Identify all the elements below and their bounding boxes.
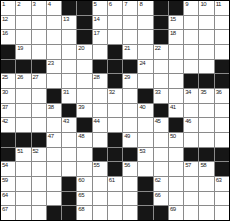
cell-r2c2[interactable]	[16, 16, 30, 30]
clue-number: 62	[155, 177, 161, 184]
cell-r6c8	[108, 74, 122, 88]
cell-r7c8[interactable]: 32	[108, 89, 122, 103]
cell-r3c14[interactable]	[199, 30, 213, 44]
cell-r6c5[interactable]	[62, 74, 76, 88]
cell-r14c1[interactable]: 64	[1, 192, 15, 206]
cell-r7c3[interactable]	[32, 89, 46, 103]
cell-r13c11[interactable]: 62	[154, 177, 168, 191]
cell-r11c12[interactable]	[169, 148, 183, 162]
cell-r12c7[interactable]: 55	[93, 162, 107, 176]
cell-r7c13[interactable]: 34	[184, 89, 198, 103]
clue-number: 25	[2, 74, 8, 81]
cell-r15c15[interactable]	[215, 206, 229, 220]
clue-number: 10	[200, 1, 206, 8]
cell-r6c2[interactable]: 26	[16, 74, 30, 88]
cell-r7c10	[138, 89, 152, 103]
cell-r1c5	[62, 1, 76, 15]
cell-r3c6	[77, 30, 91, 44]
cell-r3c11	[154, 30, 168, 44]
cell-r3c9[interactable]	[123, 30, 137, 44]
cell-r8c7[interactable]	[93, 104, 107, 118]
cell-r8c9[interactable]	[123, 104, 137, 118]
cell-r3c1[interactable]: 16	[1, 30, 15, 44]
cell-r10c10[interactable]	[138, 133, 152, 147]
cell-r9c12	[169, 118, 183, 132]
cell-r15c3[interactable]	[32, 206, 46, 220]
cell-r13c6[interactable]: 60	[77, 177, 91, 191]
clue-number: 9	[185, 1, 188, 8]
cell-r9c11[interactable]: 45	[154, 118, 168, 132]
clue-number: 18	[170, 30, 176, 37]
cell-r8c12[interactable]: 41	[169, 104, 183, 118]
cell-r3c7[interactable]: 17	[93, 30, 107, 44]
cell-r5c3	[32, 60, 46, 74]
cell-r2c13[interactable]	[184, 16, 198, 30]
cell-r15c1[interactable]: 67	[1, 206, 15, 220]
cell-r1c3[interactable]: 3	[32, 1, 46, 15]
cell-r10c11[interactable]	[154, 133, 168, 147]
cell-r14c2[interactable]	[16, 192, 30, 206]
cell-r4c8	[108, 45, 122, 59]
cell-r8c11	[154, 104, 168, 118]
cell-r3c15[interactable]	[215, 30, 229, 44]
clue-number: 44	[94, 118, 100, 125]
cell-r4c13[interactable]	[184, 45, 198, 59]
cell-r1c4[interactable]: 4	[47, 1, 61, 15]
cell-r8c10[interactable]: 40	[138, 104, 152, 118]
clue-number: 19	[17, 45, 23, 52]
crossword-puzzle: 1234567891011121314151617181920212223242…	[0, 0, 230, 221]
clue-number: 35	[200, 89, 206, 96]
cell-r15c11	[154, 206, 168, 220]
cell-r3c5[interactable]	[62, 30, 76, 44]
cell-r1c1[interactable]: 1	[1, 1, 15, 15]
cell-r10c7[interactable]	[93, 133, 107, 147]
clue-number: 24	[139, 60, 145, 67]
cell-r4c1	[1, 45, 15, 59]
clue-number: 40	[139, 104, 145, 111]
crossword-board: 1234567891011121314151617181920212223242…	[0, 0, 230, 221]
cell-r12c3[interactable]	[32, 162, 46, 176]
clue-number: 53	[139, 148, 145, 155]
cell-r15c2[interactable]	[16, 206, 30, 220]
cell-r10c2	[16, 133, 30, 147]
cell-r12c9[interactable]: 56	[123, 162, 137, 176]
clue-number: 16	[2, 30, 8, 37]
cell-r7c6[interactable]	[77, 89, 91, 103]
clue-number: 41	[170, 104, 176, 111]
cell-r9c14[interactable]	[199, 118, 213, 132]
cell-r4c4[interactable]	[47, 45, 61, 59]
cell-r5c14[interactable]	[199, 60, 213, 74]
clue-number: 66	[155, 192, 161, 199]
cell-r5c1	[1, 60, 15, 74]
clue-number: 54	[2, 162, 8, 169]
clue-number: 13	[63, 16, 69, 23]
clue-number: 56	[124, 162, 130, 169]
cell-r13c8[interactable]: 61	[108, 177, 122, 191]
cell-r10c15[interactable]	[215, 133, 229, 147]
cell-r6c7[interactable]: 28	[93, 74, 107, 88]
cell-r13c9[interactable]	[123, 177, 137, 191]
cell-r14c14[interactable]	[199, 192, 213, 206]
cell-r11c14	[199, 148, 213, 162]
clue-number: 55	[94, 162, 100, 169]
clue-number: 29	[124, 74, 130, 81]
cell-r13c1[interactable]: 59	[1, 177, 15, 191]
clue-number: 6	[109, 1, 112, 8]
cell-r14c13[interactable]	[184, 192, 198, 206]
cell-r2c1[interactable]: 12	[1, 16, 15, 30]
cell-r7c12[interactable]	[169, 89, 183, 103]
cell-r1c13[interactable]: 9	[184, 1, 198, 15]
cell-r2c15[interactable]	[215, 16, 229, 30]
clue-number: 69	[170, 206, 176, 213]
cell-r14c15[interactable]	[215, 192, 229, 206]
cell-r9c1[interactable]: 42	[1, 118, 15, 132]
cell-r6c6[interactable]	[77, 74, 91, 88]
cell-r5c8	[108, 60, 122, 74]
clue-number: 58	[200, 162, 206, 169]
cell-r7c11[interactable]: 33	[154, 89, 168, 103]
cell-r4c11[interactable]: 22	[154, 45, 168, 59]
clue-number: 2	[17, 1, 20, 8]
cell-r11c7	[93, 148, 107, 162]
cell-r2c3[interactable]	[32, 16, 46, 30]
cell-r14c3[interactable]	[32, 192, 46, 206]
cell-r5c2	[16, 60, 30, 74]
cell-r4c2[interactable]: 19	[16, 45, 30, 59]
clue-number: 27	[33, 74, 39, 81]
cell-r9c9[interactable]	[123, 118, 137, 132]
cell-r11c11[interactable]	[154, 148, 168, 162]
cell-r13c2[interactable]	[16, 177, 30, 191]
cell-r12c1[interactable]: 54	[1, 162, 15, 176]
clue-number: 15	[170, 16, 176, 23]
cell-r6c13	[184, 74, 198, 88]
cell-r12c10[interactable]	[138, 162, 152, 176]
clue-number: 5	[94, 1, 97, 8]
cell-r8c1[interactable]: 37	[1, 104, 15, 118]
cell-r6c14	[199, 74, 213, 88]
cell-r10c6[interactable]: 48	[77, 133, 91, 147]
cell-r12c12[interactable]	[169, 162, 183, 176]
cell-r13c14[interactable]	[199, 177, 213, 191]
cell-r2c9[interactable]	[123, 16, 137, 30]
cell-r10c8	[108, 133, 122, 147]
cell-r15c7[interactable]	[93, 206, 107, 220]
cell-r6c15	[215, 74, 229, 88]
clue-number: 28	[94, 74, 100, 81]
cell-r14c8[interactable]	[108, 192, 122, 206]
cell-r11c2[interactable]: 51	[16, 148, 30, 162]
cell-r8c8[interactable]	[108, 104, 122, 118]
cell-r11c5[interactable]	[62, 148, 76, 162]
clue-number: 26	[17, 74, 23, 81]
cell-r12c8	[108, 162, 122, 176]
cell-r1c9[interactable]: 7	[123, 1, 137, 15]
clue-number: 47	[48, 133, 54, 140]
cell-r6c12[interactable]	[169, 74, 183, 88]
cell-r8c4[interactable]: 38	[47, 104, 61, 118]
cell-r7c14[interactable]: 35	[199, 89, 213, 103]
cell-r11c3[interactable]: 52	[32, 148, 46, 162]
cell-r15c13[interactable]	[184, 206, 198, 220]
cell-r3c2[interactable]	[16, 30, 30, 44]
cell-r4c12[interactable]	[169, 45, 183, 59]
cell-r12c13[interactable]: 57	[184, 162, 198, 176]
cell-r13c10	[138, 177, 152, 191]
cell-r4c14[interactable]	[199, 45, 213, 59]
cell-r1c6	[77, 1, 91, 15]
cell-r3c4[interactable]	[47, 30, 61, 44]
cell-r13c3[interactable]	[32, 177, 46, 191]
cell-r11c8	[108, 148, 122, 162]
cell-r7c2[interactable]	[16, 89, 30, 103]
cell-r5c4[interactable]: 23	[47, 60, 61, 74]
clue-number: 33	[155, 89, 161, 96]
cell-r9c7[interactable]: 44	[93, 118, 107, 132]
cell-r14c9[interactable]	[123, 192, 137, 206]
clue-number: 57	[185, 162, 191, 169]
cell-r5c7	[93, 60, 107, 74]
cell-r11c15	[215, 148, 229, 162]
clue-number: 36	[216, 89, 222, 96]
cell-r9c15[interactable]	[215, 118, 229, 132]
cell-r15c14[interactable]	[199, 206, 213, 220]
cell-r5c15	[215, 60, 229, 74]
cell-r4c9[interactable]: 21	[123, 45, 137, 59]
cell-r14c11[interactable]: 66	[154, 192, 168, 206]
cell-r8c14[interactable]	[199, 104, 213, 118]
cell-r6c3[interactable]: 27	[32, 74, 46, 88]
cell-r7c15[interactable]: 36	[215, 89, 229, 103]
cell-r12c5[interactable]	[62, 162, 76, 176]
clue-number: 51	[17, 148, 23, 155]
cell-r5c5[interactable]	[62, 60, 76, 74]
cell-r5c9	[123, 60, 137, 74]
cell-r4c6[interactable]: 20	[77, 45, 91, 59]
cell-r10c3	[32, 133, 46, 147]
cell-r9c5[interactable]: 43	[62, 118, 76, 132]
cell-r2c8[interactable]	[108, 16, 122, 30]
cell-r2c5[interactable]: 13	[62, 16, 76, 30]
clue-number: 49	[124, 133, 130, 140]
cell-r12c14[interactable]: 58	[199, 162, 213, 176]
cell-r14c4[interactable]	[47, 192, 61, 206]
cell-r7c1[interactable]: 30	[1, 89, 15, 103]
cell-r11c6[interactable]	[77, 148, 91, 162]
cell-r14c5	[62, 192, 76, 206]
clue-number: 34	[185, 89, 191, 96]
cell-r10c1	[1, 133, 15, 147]
cell-r8c3[interactable]	[32, 104, 46, 118]
cell-r14c6[interactable]: 65	[77, 192, 91, 206]
cell-r6c10[interactable]	[138, 74, 152, 88]
cell-r5c6[interactable]	[77, 60, 91, 74]
cell-r10c13[interactable]	[184, 133, 198, 147]
cell-r2c11	[154, 16, 168, 30]
cell-r5c10[interactable]: 24	[138, 60, 152, 74]
cell-r10c12[interactable]: 50	[169, 133, 183, 147]
cell-r10c9[interactable]: 49	[123, 133, 137, 147]
cell-r2c7[interactable]: 14	[93, 16, 107, 30]
cell-r3c12[interactable]: 18	[169, 30, 183, 44]
cell-r1c12	[169, 1, 183, 15]
cell-r12c4[interactable]	[47, 162, 61, 176]
cell-r3c13[interactable]	[184, 30, 198, 44]
cell-r10c5[interactable]	[62, 133, 76, 147]
clue-number: 43	[63, 118, 69, 125]
cell-r13c5	[62, 177, 76, 191]
cell-r1c8[interactable]: 6	[108, 1, 122, 15]
clue-number: 8	[139, 1, 142, 8]
clue-number: 67	[2, 206, 8, 213]
clue-number: 21	[124, 45, 130, 52]
cell-r6c1[interactable]: 25	[1, 74, 15, 88]
cell-r8c13[interactable]	[184, 104, 198, 118]
clue-number: 7	[124, 1, 127, 8]
cell-r13c15[interactable]: 63	[215, 177, 229, 191]
cell-r5c12[interactable]	[169, 60, 183, 74]
clue-number: 30	[2, 89, 8, 96]
clue-number: 42	[2, 118, 8, 125]
cell-r4c10[interactable]	[138, 45, 152, 59]
cell-r13c7[interactable]	[93, 177, 107, 191]
cell-r5c11[interactable]	[154, 60, 168, 74]
clue-number: 64	[2, 192, 8, 199]
cell-r15c5	[62, 206, 76, 220]
cell-r3c8[interactable]	[108, 30, 122, 44]
clue-number: 60	[78, 177, 84, 184]
cell-r1c7[interactable]: 5	[93, 1, 107, 15]
cell-r9c10[interactable]	[138, 118, 152, 132]
cell-r6c4[interactable]	[47, 74, 61, 88]
clue-number: 50	[170, 133, 176, 140]
cell-r12c15	[215, 162, 229, 176]
cell-r7c9[interactable]	[123, 89, 137, 103]
clue-number: 65	[78, 192, 84, 199]
cell-r9c13[interactable]: 46	[184, 118, 198, 132]
clue-number: 4	[48, 1, 51, 8]
cell-r2c6	[77, 16, 91, 30]
cell-r14c10	[138, 192, 152, 206]
cell-r8c2[interactable]	[16, 104, 30, 118]
cell-r2c12[interactable]: 15	[169, 16, 183, 30]
cell-r2c10[interactable]	[138, 16, 152, 30]
cell-r4c15[interactable]	[215, 45, 229, 59]
cell-r1c10[interactable]: 8	[138, 1, 152, 15]
clue-number: 1	[2, 1, 5, 8]
cell-r7c7[interactable]	[93, 89, 107, 103]
cell-r11c1	[1, 148, 15, 162]
cell-r4c3[interactable]	[32, 45, 46, 59]
cell-r6c11[interactable]	[154, 74, 168, 88]
clue-number: 59	[2, 177, 8, 184]
cell-r15c12[interactable]: 69	[169, 206, 183, 220]
cell-r7c5[interactable]: 31	[62, 89, 76, 103]
cell-r7c4	[47, 89, 61, 103]
cell-r6c9[interactable]: 29	[123, 74, 137, 88]
cell-r3c3[interactable]	[32, 30, 46, 44]
cell-r1c11	[154, 1, 168, 15]
cell-r12c2[interactable]	[16, 162, 30, 176]
cell-r9c6	[77, 118, 91, 132]
cell-r14c12[interactable]	[169, 192, 183, 206]
cell-r15c8[interactable]	[108, 206, 122, 220]
clue-number: 45	[155, 118, 161, 125]
cell-r12c11[interactable]	[154, 162, 168, 176]
clue-number: 32	[109, 89, 115, 96]
cell-r9c8[interactable]	[108, 118, 122, 132]
cell-r8c5	[62, 104, 76, 118]
cell-r11c4[interactable]	[47, 148, 61, 162]
clue-number: 22	[155, 45, 161, 52]
cell-r15c10	[138, 206, 152, 220]
clue-number: 38	[48, 104, 54, 111]
cell-r12c6[interactable]	[77, 162, 91, 176]
cell-r11c9	[123, 148, 137, 162]
clue-number: 63	[216, 177, 222, 184]
cell-r15c4	[47, 206, 61, 220]
cell-r5c13[interactable]	[184, 60, 198, 74]
clue-number: 39	[78, 104, 84, 111]
cell-r1c15[interactable]: 11	[215, 1, 229, 15]
clue-number: 37	[2, 104, 8, 111]
cell-r8c15[interactable]	[215, 104, 229, 118]
cell-r11c13	[184, 148, 198, 162]
cell-r4c7[interactable]	[93, 45, 107, 59]
clue-number: 48	[78, 133, 84, 140]
cell-r15c6[interactable]: 68	[77, 206, 91, 220]
clue-number: 12	[2, 16, 8, 23]
cell-r8c6[interactable]: 39	[77, 104, 91, 118]
clue-number: 68	[78, 206, 84, 213]
cell-r14c7[interactable]	[93, 192, 107, 206]
cell-r10c4[interactable]: 47	[47, 133, 61, 147]
cell-r2c4[interactable]	[47, 16, 61, 30]
cell-r9c3[interactable]	[32, 118, 46, 132]
cell-r13c12[interactable]	[169, 177, 183, 191]
cell-r11c10[interactable]: 53	[138, 148, 152, 162]
cell-r1c2[interactable]: 2	[16, 1, 30, 15]
cell-r1c14[interactable]: 10	[199, 1, 213, 15]
cell-r9c2[interactable]	[16, 118, 30, 132]
cell-r9c4[interactable]	[47, 118, 61, 132]
clue-number: 31	[63, 89, 69, 96]
clue-number: 61	[109, 177, 115, 184]
clue-number: 3	[33, 1, 36, 8]
clue-number: 52	[33, 148, 39, 155]
clue-number: 11	[216, 1, 221, 8]
cell-r3c10[interactable]	[138, 30, 152, 44]
cell-r13c4[interactable]	[47, 177, 61, 191]
clue-number: 14	[94, 16, 100, 23]
clue-number: 17	[94, 30, 100, 37]
cell-r2c14[interactable]	[199, 16, 213, 30]
cell-r4c5[interactable]	[62, 45, 76, 59]
clue-number: 23	[48, 60, 54, 67]
cell-r15c9[interactable]	[123, 206, 137, 220]
clue-number: 46	[185, 118, 191, 125]
clue-number: 20	[78, 45, 84, 52]
cell-r13c13[interactable]	[184, 177, 198, 191]
cell-r10c14[interactable]	[199, 133, 213, 147]
